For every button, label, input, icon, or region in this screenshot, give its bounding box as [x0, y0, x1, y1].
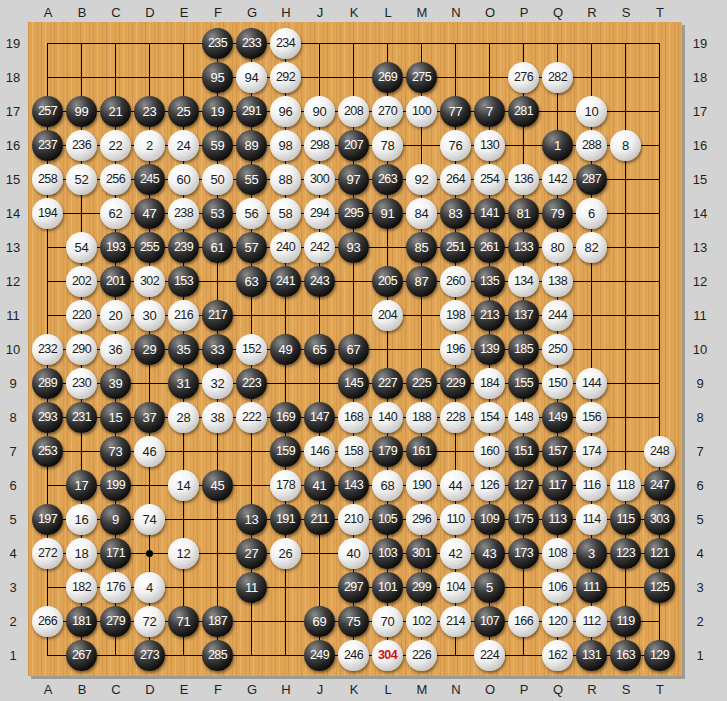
board-intersection-O14[interactable]: 141 — [473, 197, 507, 231]
board-intersection-N11[interactable]: 198 — [439, 299, 473, 333]
board-intersection-R2[interactable]: 112 — [575, 605, 609, 639]
board-intersection-H11[interactable] — [269, 299, 303, 333]
board-intersection-B8[interactable]: 231 — [65, 401, 99, 435]
board-intersection-T6[interactable]: 247 — [643, 469, 677, 503]
board-intersection-C13[interactable]: 193 — [99, 231, 133, 265]
board-intersection-Q13[interactable]: 80 — [541, 231, 575, 265]
board-intersection-L7[interactable]: 179 — [371, 435, 405, 469]
board-intersection-P7[interactable]: 151 — [507, 435, 541, 469]
board-intersection-S13[interactable] — [609, 231, 643, 265]
board-intersection-R15[interactable]: 287 — [575, 163, 609, 197]
board-intersection-C9[interactable]: 39 — [99, 367, 133, 401]
board-intersection-T2[interactable] — [643, 605, 677, 639]
board-intersection-L8[interactable]: 140 — [371, 401, 405, 435]
board-intersection-M12[interactable]: 87 — [405, 265, 439, 299]
board-intersection-G17[interactable]: 291 — [235, 95, 269, 129]
board-intersection-K4[interactable]: 40 — [337, 537, 371, 571]
board-intersection-B18[interactable] — [65, 61, 99, 95]
board-intersection-E15[interactable]: 60 — [167, 163, 201, 197]
board-intersection-C17[interactable]: 21 — [99, 95, 133, 129]
board-intersection-H16[interactable]: 98 — [269, 129, 303, 163]
board-intersection-S3[interactable] — [609, 571, 643, 605]
board-intersection-O3[interactable]: 5 — [473, 571, 507, 605]
board-intersection-J1[interactable]: 249 — [303, 639, 337, 673]
board-intersection-K6[interactable]: 143 — [337, 469, 371, 503]
board-intersection-T5[interactable]: 303 — [643, 503, 677, 537]
board-intersection-S7[interactable] — [609, 435, 643, 469]
board-intersection-G13[interactable]: 57 — [235, 231, 269, 265]
board-intersection-Q14[interactable]: 79 — [541, 197, 575, 231]
board-intersection-A13[interactable] — [31, 231, 65, 265]
board-intersection-E5[interactable] — [167, 503, 201, 537]
board-intersection-S6[interactable]: 118 — [609, 469, 643, 503]
board-intersection-C16[interactable]: 22 — [99, 129, 133, 163]
board-intersection-L13[interactable] — [371, 231, 405, 265]
board-intersection-T3[interactable]: 125 — [643, 571, 677, 605]
board-intersection-L3[interactable]: 101 — [371, 571, 405, 605]
board-intersection-R16[interactable]: 288 — [575, 129, 609, 163]
board-intersection-B5[interactable]: 16 — [65, 503, 99, 537]
board-intersection-C1[interactable] — [99, 639, 133, 673]
board-intersection-L1[interactable]: 304 — [371, 639, 405, 673]
board-intersection-F15[interactable]: 50 — [201, 163, 235, 197]
board-intersection-D14[interactable]: 47 — [133, 197, 167, 231]
board-intersection-E16[interactable]: 24 — [167, 129, 201, 163]
board-intersection-S17[interactable] — [609, 95, 643, 129]
board-intersection-C11[interactable]: 20 — [99, 299, 133, 333]
board-intersection-N2[interactable]: 214 — [439, 605, 473, 639]
board-intersection-S1[interactable]: 163 — [609, 639, 643, 673]
board-intersection-T18[interactable] — [643, 61, 677, 95]
board-intersection-R6[interactable]: 116 — [575, 469, 609, 503]
board-intersection-F9[interactable]: 32 — [201, 367, 235, 401]
board-intersection-Q11[interactable]: 244 — [541, 299, 575, 333]
board-intersection-P10[interactable]: 185 — [507, 333, 541, 367]
board-intersection-B3[interactable]: 182 — [65, 571, 99, 605]
board-intersection-L12[interactable]: 205 — [371, 265, 405, 299]
board-intersection-D18[interactable] — [133, 61, 167, 95]
board-intersection-B10[interactable]: 290 — [65, 333, 99, 367]
board-intersection-E13[interactable]: 239 — [167, 231, 201, 265]
board-intersection-K9[interactable]: 145 — [337, 367, 371, 401]
board-intersection-T4[interactable]: 121 — [643, 537, 677, 571]
board-intersection-D2[interactable]: 72 — [133, 605, 167, 639]
board-intersection-D11[interactable]: 30 — [133, 299, 167, 333]
board-intersection-B15[interactable]: 52 — [65, 163, 99, 197]
board-intersection-F3[interactable] — [201, 571, 235, 605]
board-intersection-N16[interactable]: 76 — [439, 129, 473, 163]
board-intersection-T7[interactable]: 248 — [643, 435, 677, 469]
board-intersection-M19[interactable] — [405, 27, 439, 61]
board-intersection-P13[interactable]: 133 — [507, 231, 541, 265]
board-intersection-N14[interactable]: 83 — [439, 197, 473, 231]
board-intersection-M16[interactable] — [405, 129, 439, 163]
board-intersection-P4[interactable]: 173 — [507, 537, 541, 571]
board-intersection-H17[interactable]: 96 — [269, 95, 303, 129]
board-intersection-C8[interactable]: 15 — [99, 401, 133, 435]
board-intersection-B7[interactable] — [65, 435, 99, 469]
board-intersection-S14[interactable] — [609, 197, 643, 231]
board-intersection-G6[interactable] — [235, 469, 269, 503]
board-intersection-T14[interactable] — [643, 197, 677, 231]
board-intersection-N19[interactable] — [439, 27, 473, 61]
board-intersection-O1[interactable]: 224 — [473, 639, 507, 673]
board-intersection-G7[interactable] — [235, 435, 269, 469]
board-intersection-C2[interactable]: 279 — [99, 605, 133, 639]
board-intersection-E8[interactable]: 28 — [167, 401, 201, 435]
board-intersection-H18[interactable]: 292 — [269, 61, 303, 95]
board-intersection-S8[interactable] — [609, 401, 643, 435]
board-intersection-Q8[interactable]: 149 — [541, 401, 575, 435]
board-intersection-O8[interactable]: 154 — [473, 401, 507, 435]
board-intersection-M17[interactable]: 100 — [405, 95, 439, 129]
board-intersection-R11[interactable] — [575, 299, 609, 333]
board-intersection-E7[interactable] — [167, 435, 201, 469]
board-intersection-P3[interactable] — [507, 571, 541, 605]
board-intersection-Q6[interactable]: 117 — [541, 469, 575, 503]
board-intersection-C5[interactable]: 9 — [99, 503, 133, 537]
board-intersection-N18[interactable] — [439, 61, 473, 95]
board-intersection-G15[interactable]: 55 — [235, 163, 269, 197]
board-intersection-C4[interactable]: 171 — [99, 537, 133, 571]
board-intersection-J8[interactable]: 147 — [303, 401, 337, 435]
board-intersection-K5[interactable]: 210 — [337, 503, 371, 537]
board-intersection-C15[interactable]: 256 — [99, 163, 133, 197]
board-intersection-G5[interactable]: 13 — [235, 503, 269, 537]
board-intersection-L19[interactable] — [371, 27, 405, 61]
board-intersection-E19[interactable] — [167, 27, 201, 61]
board-intersection-D6[interactable] — [133, 469, 167, 503]
board-intersection-N10[interactable]: 196 — [439, 333, 473, 367]
board-intersection-R9[interactable]: 144 — [575, 367, 609, 401]
board-intersection-K17[interactable]: 208 — [337, 95, 371, 129]
board-intersection-H19[interactable]: 234 — [269, 27, 303, 61]
board-intersection-O18[interactable] — [473, 61, 507, 95]
board-intersection-O16[interactable]: 130 — [473, 129, 507, 163]
board-intersection-K1[interactable]: 246 — [337, 639, 371, 673]
board-intersection-J15[interactable]: 300 — [303, 163, 337, 197]
board-intersection-Q2[interactable]: 120 — [541, 605, 575, 639]
board-intersection-B4[interactable]: 18 — [65, 537, 99, 571]
board-intersection-M4[interactable]: 301 — [405, 537, 439, 571]
board-intersection-N15[interactable]: 264 — [439, 163, 473, 197]
board-intersection-P2[interactable]: 166 — [507, 605, 541, 639]
board-intersection-F17[interactable]: 19 — [201, 95, 235, 129]
board-intersection-E11[interactable]: 216 — [167, 299, 201, 333]
board-intersection-C3[interactable]: 176 — [99, 571, 133, 605]
board-intersection-G11[interactable] — [235, 299, 269, 333]
board-intersection-L16[interactable]: 78 — [371, 129, 405, 163]
board-intersection-H5[interactable]: 191 — [269, 503, 303, 537]
board-intersection-T8[interactable] — [643, 401, 677, 435]
board-intersection-J14[interactable]: 294 — [303, 197, 337, 231]
board-intersection-J16[interactable]: 298 — [303, 129, 337, 163]
board-intersection-C10[interactable]: 36 — [99, 333, 133, 367]
board-intersection-J9[interactable] — [303, 367, 337, 401]
board-intersection-N5[interactable]: 110 — [439, 503, 473, 537]
board-intersection-R12[interactable] — [575, 265, 609, 299]
board-intersection-E4[interactable]: 12 — [167, 537, 201, 571]
board-intersection-M2[interactable]: 102 — [405, 605, 439, 639]
board-intersection-L9[interactable]: 227 — [371, 367, 405, 401]
board-intersection-N1[interactable] — [439, 639, 473, 673]
board-intersection-T13[interactable] — [643, 231, 677, 265]
board-intersection-Q12[interactable]: 138 — [541, 265, 575, 299]
board-intersection-F2[interactable]: 187 — [201, 605, 235, 639]
board-intersection-F7[interactable] — [201, 435, 235, 469]
board-intersection-A12[interactable] — [31, 265, 65, 299]
board-intersection-F4[interactable] — [201, 537, 235, 571]
board-intersection-B16[interactable]: 236 — [65, 129, 99, 163]
board-intersection-B19[interactable] — [65, 27, 99, 61]
board-intersection-O9[interactable]: 184 — [473, 367, 507, 401]
board-intersection-S12[interactable] — [609, 265, 643, 299]
board-intersection-F13[interactable]: 61 — [201, 231, 235, 265]
board-intersection-P8[interactable]: 148 — [507, 401, 541, 435]
board-intersection-D3[interactable]: 4 — [133, 571, 167, 605]
board-intersection-A4[interactable]: 272 — [31, 537, 65, 571]
board-intersection-G18[interactable]: 94 — [235, 61, 269, 95]
board-intersection-F6[interactable]: 45 — [201, 469, 235, 503]
board-intersection-O7[interactable]: 160 — [473, 435, 507, 469]
board-intersection-S9[interactable] — [609, 367, 643, 401]
board-intersection-D16[interactable]: 2 — [133, 129, 167, 163]
board-intersection-R5[interactable]: 114 — [575, 503, 609, 537]
board-intersection-P16[interactable] — [507, 129, 541, 163]
board-intersection-G3[interactable]: 11 — [235, 571, 269, 605]
board-intersection-M3[interactable]: 299 — [405, 571, 439, 605]
board-intersection-B2[interactable]: 181 — [65, 605, 99, 639]
board-intersection-H8[interactable]: 169 — [269, 401, 303, 435]
board-intersection-K15[interactable]: 97 — [337, 163, 371, 197]
board-intersection-R8[interactable]: 156 — [575, 401, 609, 435]
board-intersection-G2[interactable] — [235, 605, 269, 639]
board-intersection-H10[interactable]: 49 — [269, 333, 303, 367]
board-intersection-O19[interactable] — [473, 27, 507, 61]
board-intersection-P11[interactable]: 137 — [507, 299, 541, 333]
board-intersection-J18[interactable] — [303, 61, 337, 95]
board-intersection-Q5[interactable]: 113 — [541, 503, 575, 537]
board-intersection-D15[interactable]: 245 — [133, 163, 167, 197]
board-intersection-J5[interactable]: 211 — [303, 503, 337, 537]
board-intersection-E9[interactable]: 31 — [167, 367, 201, 401]
board-intersection-J2[interactable]: 69 — [303, 605, 337, 639]
board-intersection-K11[interactable] — [337, 299, 371, 333]
board-intersection-E18[interactable] — [167, 61, 201, 95]
board-intersection-A14[interactable]: 194 — [31, 197, 65, 231]
board-intersection-R7[interactable]: 174 — [575, 435, 609, 469]
board-intersection-G14[interactable]: 56 — [235, 197, 269, 231]
board-intersection-E6[interactable]: 14 — [167, 469, 201, 503]
board-intersection-H6[interactable]: 178 — [269, 469, 303, 503]
board-intersection-P12[interactable]: 134 — [507, 265, 541, 299]
board-intersection-G8[interactable]: 222 — [235, 401, 269, 435]
board-intersection-S5[interactable]: 115 — [609, 503, 643, 537]
board-intersection-R14[interactable]: 6 — [575, 197, 609, 231]
board-intersection-E3[interactable] — [167, 571, 201, 605]
board-intersection-K3[interactable]: 297 — [337, 571, 371, 605]
board-intersection-H3[interactable] — [269, 571, 303, 605]
board-intersection-F12[interactable] — [201, 265, 235, 299]
board-intersection-B12[interactable]: 202 — [65, 265, 99, 299]
board-intersection-D1[interactable]: 273 — [133, 639, 167, 673]
board-intersection-H7[interactable]: 159 — [269, 435, 303, 469]
board-intersection-Q3[interactable]: 106 — [541, 571, 575, 605]
board-intersection-N6[interactable]: 44 — [439, 469, 473, 503]
board-intersection-S10[interactable] — [609, 333, 643, 367]
board-intersection-M1[interactable]: 226 — [405, 639, 439, 673]
board-intersection-P5[interactable]: 175 — [507, 503, 541, 537]
board-intersection-D17[interactable]: 23 — [133, 95, 167, 129]
board-intersection-A19[interactable] — [31, 27, 65, 61]
board-intersection-D13[interactable]: 255 — [133, 231, 167, 265]
board-intersection-E10[interactable]: 35 — [167, 333, 201, 367]
board-intersection-F16[interactable]: 59 — [201, 129, 235, 163]
board-intersection-L18[interactable]: 269 — [371, 61, 405, 95]
board-intersection-T1[interactable]: 129 — [643, 639, 677, 673]
board-intersection-L2[interactable]: 70 — [371, 605, 405, 639]
board-intersection-F19[interactable]: 235 — [201, 27, 235, 61]
board-intersection-R18[interactable] — [575, 61, 609, 95]
board-intersection-F14[interactable]: 53 — [201, 197, 235, 231]
board-intersection-A8[interactable]: 293 — [31, 401, 65, 435]
board-intersection-O5[interactable]: 109 — [473, 503, 507, 537]
board-intersection-O2[interactable]: 107 — [473, 605, 507, 639]
board-intersection-A6[interactable] — [31, 469, 65, 503]
board-intersection-M13[interactable]: 85 — [405, 231, 439, 265]
board-intersection-L4[interactable]: 103 — [371, 537, 405, 571]
board-intersection-S2[interactable]: 119 — [609, 605, 643, 639]
board-intersection-H2[interactable] — [269, 605, 303, 639]
board-intersection-D10[interactable]: 29 — [133, 333, 167, 367]
board-intersection-O13[interactable]: 261 — [473, 231, 507, 265]
board-intersection-Q1[interactable]: 162 — [541, 639, 575, 673]
board-intersection-A7[interactable]: 253 — [31, 435, 65, 469]
board-intersection-O6[interactable]: 126 — [473, 469, 507, 503]
board-intersection-M7[interactable]: 161 — [405, 435, 439, 469]
board-intersection-Q10[interactable]: 250 — [541, 333, 575, 367]
board-intersection-T10[interactable] — [643, 333, 677, 367]
board-intersection-M11[interactable] — [405, 299, 439, 333]
board-intersection-O15[interactable]: 254 — [473, 163, 507, 197]
board-intersection-Q9[interactable]: 150 — [541, 367, 575, 401]
board-intersection-F5[interactable] — [201, 503, 235, 537]
board-intersection-P18[interactable]: 276 — [507, 61, 541, 95]
board-intersection-Q18[interactable]: 282 — [541, 61, 575, 95]
board-intersection-K2[interactable]: 75 — [337, 605, 371, 639]
board-intersection-J4[interactable] — [303, 537, 337, 571]
board-intersection-O4[interactable]: 43 — [473, 537, 507, 571]
board-intersection-R1[interactable]: 131 — [575, 639, 609, 673]
board-intersection-F11[interactable]: 217 — [201, 299, 235, 333]
board-intersection-L5[interactable]: 105 — [371, 503, 405, 537]
board-intersection-P15[interactable]: 136 — [507, 163, 541, 197]
board-intersection-B14[interactable] — [65, 197, 99, 231]
board-intersection-A3[interactable] — [31, 571, 65, 605]
board-intersection-N7[interactable] — [439, 435, 473, 469]
board-intersection-N8[interactable]: 228 — [439, 401, 473, 435]
board-intersection-S4[interactable]: 123 — [609, 537, 643, 571]
board-intersection-N13[interactable]: 251 — [439, 231, 473, 265]
board-intersection-L11[interactable]: 204 — [371, 299, 405, 333]
board-intersection-F10[interactable]: 33 — [201, 333, 235, 367]
board-intersection-D19[interactable] — [133, 27, 167, 61]
board-intersection-T19[interactable] — [643, 27, 677, 61]
board-intersection-T16[interactable] — [643, 129, 677, 163]
board-intersection-S15[interactable] — [609, 163, 643, 197]
board-intersection-S19[interactable] — [609, 27, 643, 61]
board-intersection-C7[interactable]: 73 — [99, 435, 133, 469]
board-intersection-E1[interactable] — [167, 639, 201, 673]
board-intersection-B11[interactable]: 220 — [65, 299, 99, 333]
board-intersection-J17[interactable]: 90 — [303, 95, 337, 129]
board-intersection-M10[interactable] — [405, 333, 439, 367]
board-intersection-S16[interactable]: 8 — [609, 129, 643, 163]
board-intersection-H15[interactable]: 88 — [269, 163, 303, 197]
board-intersection-F8[interactable]: 38 — [201, 401, 235, 435]
board-intersection-T9[interactable] — [643, 367, 677, 401]
board-intersection-B13[interactable]: 54 — [65, 231, 99, 265]
board-intersection-S11[interactable] — [609, 299, 643, 333]
board-intersection-J6[interactable]: 41 — [303, 469, 337, 503]
board-intersection-M15[interactable]: 92 — [405, 163, 439, 197]
board-intersection-B1[interactable]: 267 — [65, 639, 99, 673]
board-intersection-A1[interactable] — [31, 639, 65, 673]
board-intersection-K13[interactable]: 93 — [337, 231, 371, 265]
board-intersection-J7[interactable]: 146 — [303, 435, 337, 469]
board-intersection-R3[interactable]: 111 — [575, 571, 609, 605]
board-intersection-K19[interactable] — [337, 27, 371, 61]
board-intersection-R13[interactable]: 82 — [575, 231, 609, 265]
board-intersection-A5[interactable]: 197 — [31, 503, 65, 537]
board-intersection-K18[interactable] — [337, 61, 371, 95]
board-intersection-Q15[interactable]: 142 — [541, 163, 575, 197]
board-intersection-L6[interactable]: 68 — [371, 469, 405, 503]
board-intersection-K10[interactable]: 67 — [337, 333, 371, 367]
board-intersection-A9[interactable]: 289 — [31, 367, 65, 401]
board-intersection-D7[interactable]: 46 — [133, 435, 167, 469]
board-intersection-F1[interactable]: 285 — [201, 639, 235, 673]
board-intersection-P6[interactable]: 127 — [507, 469, 541, 503]
board-intersection-B17[interactable]: 99 — [65, 95, 99, 129]
board-intersection-B6[interactable]: 17 — [65, 469, 99, 503]
board-intersection-S18[interactable] — [609, 61, 643, 95]
board-intersection-E17[interactable]: 25 — [167, 95, 201, 129]
board-intersection-D12[interactable]: 302 — [133, 265, 167, 299]
board-intersection-L15[interactable]: 263 — [371, 163, 405, 197]
board-intersection-M18[interactable]: 275 — [405, 61, 439, 95]
board-intersection-D9[interactable] — [133, 367, 167, 401]
board-intersection-G10[interactable]: 152 — [235, 333, 269, 367]
board-intersection-C19[interactable] — [99, 27, 133, 61]
board-intersection-E2[interactable]: 71 — [167, 605, 201, 639]
board-intersection-O10[interactable]: 139 — [473, 333, 507, 367]
board-intersection-K12[interactable] — [337, 265, 371, 299]
board-intersection-N9[interactable]: 229 — [439, 367, 473, 401]
board-intersection-M14[interactable]: 84 — [405, 197, 439, 231]
board-intersection-G1[interactable] — [235, 639, 269, 673]
board-intersection-L10[interactable] — [371, 333, 405, 367]
board-intersection-T15[interactable] — [643, 163, 677, 197]
board-intersection-G9[interactable]: 223 — [235, 367, 269, 401]
board-intersection-L17[interactable]: 270 — [371, 95, 405, 129]
board-intersection-J11[interactable] — [303, 299, 337, 333]
board-intersection-N4[interactable]: 42 — [439, 537, 473, 571]
board-intersection-K7[interactable]: 158 — [337, 435, 371, 469]
board-intersection-Q16[interactable]: 1 — [541, 129, 575, 163]
board-intersection-G16[interactable]: 89 — [235, 129, 269, 163]
board-intersection-D5[interactable]: 74 — [133, 503, 167, 537]
